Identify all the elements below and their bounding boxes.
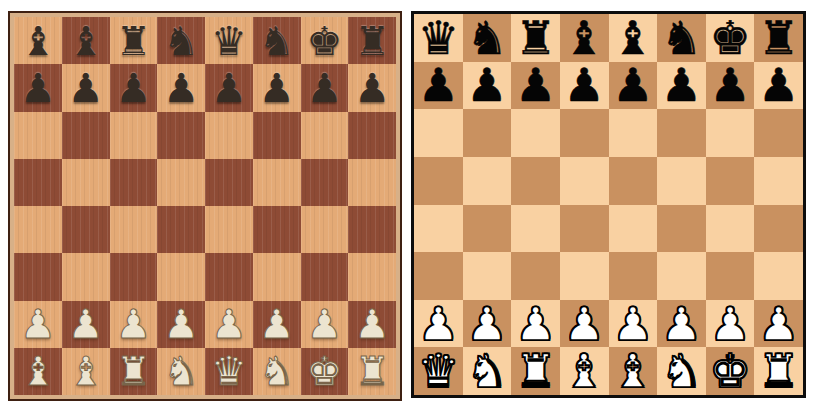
square-d4[interactable] xyxy=(157,206,205,253)
black-pawn[interactable]: ♟ xyxy=(163,68,199,108)
square-d2[interactable]: ♟ xyxy=(157,301,205,348)
square-b4[interactable] xyxy=(62,206,110,253)
black-pawn[interactable]: ♟ xyxy=(515,62,556,108)
square-h6[interactable] xyxy=(754,109,803,157)
square-c2[interactable]: ♟ xyxy=(511,300,560,348)
square-h4[interactable] xyxy=(348,206,396,253)
square-e5[interactable] xyxy=(609,157,658,205)
square-c7[interactable]: ♟ xyxy=(110,64,158,111)
square-h1[interactable]: ♜ xyxy=(348,348,396,395)
square-e7[interactable]: ♟ xyxy=(205,64,253,111)
black-knight[interactable]: ♞ xyxy=(661,15,702,61)
square-h2[interactable]: ♟ xyxy=(348,301,396,348)
square-h8[interactable]: ♜ xyxy=(754,14,803,62)
square-f6[interactable] xyxy=(657,109,706,157)
black-pawn[interactable]: ♟ xyxy=(306,68,342,108)
white-king[interactable]: ♚ xyxy=(709,348,750,394)
square-e1[interactable]: ♝ xyxy=(609,347,658,395)
square-a2[interactable]: ♟ xyxy=(414,300,463,348)
white-pawn[interactable]: ♟ xyxy=(515,301,556,347)
square-g8[interactable]: ♚ xyxy=(301,17,349,64)
black-rook[interactable]: ♜ xyxy=(115,21,151,61)
square-e4[interactable] xyxy=(205,206,253,253)
white-pawn[interactable]: ♟ xyxy=(115,304,151,344)
white-queen[interactable]: ♛ xyxy=(418,348,459,394)
square-h7[interactable]: ♟ xyxy=(754,62,803,110)
square-c7[interactable]: ♟ xyxy=(511,62,560,110)
square-f1[interactable]: ♞ xyxy=(253,348,301,395)
square-a5[interactable] xyxy=(14,159,62,206)
white-pawn[interactable]: ♟ xyxy=(418,301,459,347)
black-queen[interactable]: ♛ xyxy=(211,21,247,61)
white-king[interactable]: ♚ xyxy=(306,351,342,391)
black-king[interactable]: ♚ xyxy=(709,15,750,61)
square-e5[interactable] xyxy=(205,159,253,206)
square-h2[interactable]: ♟ xyxy=(754,300,803,348)
white-knight[interactable]: ♞ xyxy=(259,351,295,391)
square-f4[interactable] xyxy=(657,205,706,253)
square-d6[interactable] xyxy=(157,112,205,159)
square-d7[interactable]: ♟ xyxy=(157,64,205,111)
white-rook[interactable]: ♜ xyxy=(758,348,799,394)
square-d5[interactable] xyxy=(560,157,609,205)
white-knight[interactable]: ♞ xyxy=(163,351,199,391)
square-b6[interactable] xyxy=(62,112,110,159)
square-g2[interactable]: ♟ xyxy=(301,301,349,348)
square-g6[interactable] xyxy=(301,112,349,159)
black-pawn[interactable]: ♟ xyxy=(709,62,750,108)
square-h6[interactable] xyxy=(348,112,396,159)
square-f2[interactable]: ♟ xyxy=(253,301,301,348)
chessboard-right-pixel: ♛♞♜♝♝♞♚♜♟♟♟♟♟♟♟♟♟♟♟♟♟♟♟♟♛♞♜♝♝♞♚♜ xyxy=(411,11,806,398)
square-b8[interactable]: ♞ xyxy=(463,14,512,62)
square-b5[interactable] xyxy=(463,157,512,205)
white-queen[interactable]: ♛ xyxy=(211,351,247,391)
white-pawn[interactable]: ♟ xyxy=(20,304,56,344)
black-bishop[interactable]: ♝ xyxy=(68,21,104,61)
square-b1[interactable]: ♝ xyxy=(62,348,110,395)
black-pawn[interactable]: ♟ xyxy=(68,68,104,108)
square-b5[interactable] xyxy=(62,159,110,206)
square-a3[interactable] xyxy=(414,252,463,300)
square-g3[interactable] xyxy=(706,252,755,300)
screenshot-canvas: ♝♝♜♞♛♞♚♜♟♟♟♟♟♟♟♟♟♟♟♟♟♟♟♟♝♝♜♞♛♞♚♜ ♛♞♜♝♝♞♚… xyxy=(0,0,815,410)
square-b8[interactable]: ♝ xyxy=(62,17,110,64)
black-knight[interactable]: ♞ xyxy=(259,21,295,61)
square-g4[interactable] xyxy=(706,205,755,253)
square-f8[interactable]: ♞ xyxy=(253,17,301,64)
white-rook[interactable]: ♜ xyxy=(515,348,556,394)
square-d6[interactable] xyxy=(560,109,609,157)
square-c1[interactable]: ♜ xyxy=(511,347,560,395)
square-a1[interactable]: ♝ xyxy=(14,348,62,395)
square-a8[interactable]: ♛ xyxy=(414,14,463,62)
square-e1[interactable]: ♛ xyxy=(205,348,253,395)
square-d1[interactable]: ♞ xyxy=(157,348,205,395)
square-e2[interactable]: ♟ xyxy=(205,301,253,348)
black-rook[interactable]: ♜ xyxy=(354,21,390,61)
square-h8[interactable]: ♜ xyxy=(348,17,396,64)
square-f5[interactable] xyxy=(657,157,706,205)
square-c4[interactable] xyxy=(511,205,560,253)
square-f6[interactable] xyxy=(253,112,301,159)
square-g3[interactable] xyxy=(301,253,349,300)
square-e8[interactable]: ♛ xyxy=(205,17,253,64)
square-g4[interactable] xyxy=(301,206,349,253)
white-bishop[interactable]: ♝ xyxy=(68,351,104,391)
square-a7[interactable]: ♟ xyxy=(14,64,62,111)
black-bishop[interactable]: ♝ xyxy=(564,15,605,61)
square-b1[interactable]: ♞ xyxy=(463,347,512,395)
square-f5[interactable] xyxy=(253,159,301,206)
square-c3[interactable] xyxy=(511,252,560,300)
square-a2[interactable]: ♟ xyxy=(14,301,62,348)
square-e6[interactable] xyxy=(609,109,658,157)
black-pawn[interactable]: ♟ xyxy=(354,68,390,108)
square-a4[interactable] xyxy=(14,206,62,253)
square-a4[interactable] xyxy=(414,205,463,253)
black-pawn[interactable]: ♟ xyxy=(661,62,702,108)
white-rook[interactable]: ♜ xyxy=(115,351,151,391)
square-e4[interactable] xyxy=(609,205,658,253)
square-b4[interactable] xyxy=(463,205,512,253)
white-knight[interactable]: ♞ xyxy=(466,348,507,394)
square-g1[interactable]: ♚ xyxy=(301,348,349,395)
square-d4[interactable] xyxy=(560,205,609,253)
square-c8[interactable]: ♜ xyxy=(511,14,560,62)
square-h5[interactable] xyxy=(754,157,803,205)
square-b3[interactable] xyxy=(463,252,512,300)
square-d8[interactable]: ♝ xyxy=(560,14,609,62)
square-d1[interactable]: ♝ xyxy=(560,347,609,395)
square-a1[interactable]: ♛ xyxy=(414,347,463,395)
black-knight[interactable]: ♞ xyxy=(466,15,507,61)
white-rook[interactable]: ♜ xyxy=(354,351,390,391)
black-pawn[interactable]: ♟ xyxy=(211,68,247,108)
square-g7[interactable]: ♟ xyxy=(706,62,755,110)
black-pawn[interactable]: ♟ xyxy=(466,62,507,108)
black-knight[interactable]: ♞ xyxy=(163,21,199,61)
square-a7[interactable]: ♟ xyxy=(414,62,463,110)
square-c8[interactable]: ♜ xyxy=(110,17,158,64)
square-g2[interactable]: ♟ xyxy=(706,300,755,348)
white-pawn[interactable]: ♟ xyxy=(709,301,750,347)
square-g7[interactable]: ♟ xyxy=(301,64,349,111)
square-b6[interactable] xyxy=(463,109,512,157)
square-c5[interactable] xyxy=(511,157,560,205)
square-g6[interactable] xyxy=(706,109,755,157)
square-a8[interactable]: ♝ xyxy=(14,17,62,64)
black-pawn[interactable]: ♟ xyxy=(259,68,295,108)
square-f4[interactable] xyxy=(253,206,301,253)
square-b2[interactable]: ♟ xyxy=(463,300,512,348)
square-e8[interactable]: ♝ xyxy=(609,14,658,62)
white-pawn[interactable]: ♟ xyxy=(564,301,605,347)
square-a6[interactable] xyxy=(14,112,62,159)
white-knight[interactable]: ♞ xyxy=(661,348,702,394)
square-g1[interactable]: ♚ xyxy=(706,347,755,395)
square-d2[interactable]: ♟ xyxy=(560,300,609,348)
white-pawn[interactable]: ♟ xyxy=(163,304,199,344)
square-c4[interactable] xyxy=(110,206,158,253)
square-b7[interactable]: ♟ xyxy=(463,62,512,110)
white-pawn[interactable]: ♟ xyxy=(661,301,702,347)
square-g8[interactable]: ♚ xyxy=(706,14,755,62)
square-e3[interactable] xyxy=(205,253,253,300)
black-pawn[interactable]: ♟ xyxy=(20,68,56,108)
square-h7[interactable]: ♟ xyxy=(348,64,396,111)
square-h1[interactable]: ♜ xyxy=(754,347,803,395)
white-bishop[interactable]: ♝ xyxy=(612,348,653,394)
square-a5[interactable] xyxy=(414,157,463,205)
square-a6[interactable] xyxy=(414,109,463,157)
white-pawn[interactable]: ♟ xyxy=(758,301,799,347)
square-e3[interactable] xyxy=(609,252,658,300)
square-h4[interactable] xyxy=(754,205,803,253)
white-pawn[interactable]: ♟ xyxy=(306,304,342,344)
square-c6[interactable] xyxy=(110,112,158,159)
square-d8[interactable]: ♞ xyxy=(157,17,205,64)
square-f8[interactable]: ♞ xyxy=(657,14,706,62)
square-c3[interactable] xyxy=(110,253,158,300)
square-b3[interactable] xyxy=(62,253,110,300)
black-pawn[interactable]: ♟ xyxy=(758,62,799,108)
square-h3[interactable] xyxy=(754,252,803,300)
square-g5[interactable] xyxy=(706,157,755,205)
square-h5[interactable] xyxy=(348,159,396,206)
black-pawn[interactable]: ♟ xyxy=(115,68,151,108)
square-f7[interactable]: ♟ xyxy=(253,64,301,111)
black-pawn[interactable]: ♟ xyxy=(564,62,605,108)
square-h3[interactable] xyxy=(348,253,396,300)
square-b2[interactable]: ♟ xyxy=(62,301,110,348)
square-c5[interactable] xyxy=(110,159,158,206)
square-d3[interactable] xyxy=(560,252,609,300)
square-a3[interactable] xyxy=(14,253,62,300)
white-bishop[interactable]: ♝ xyxy=(564,348,605,394)
white-pawn[interactable]: ♟ xyxy=(259,304,295,344)
white-pawn[interactable]: ♟ xyxy=(612,301,653,347)
square-e7[interactable]: ♟ xyxy=(609,62,658,110)
square-f2[interactable]: ♟ xyxy=(657,300,706,348)
black-pawn[interactable]: ♟ xyxy=(418,62,459,108)
chessboard-left-wooden: ♝♝♜♞♛♞♚♜♟♟♟♟♟♟♟♟♟♟♟♟♟♟♟♟♝♝♜♞♛♞♚♜ xyxy=(8,11,402,401)
square-f7[interactable]: ♟ xyxy=(657,62,706,110)
white-bishop[interactable]: ♝ xyxy=(20,351,56,391)
white-pawn[interactable]: ♟ xyxy=(354,304,390,344)
square-b7[interactable]: ♟ xyxy=(62,64,110,111)
white-pawn[interactable]: ♟ xyxy=(68,304,104,344)
white-pawn[interactable]: ♟ xyxy=(211,304,247,344)
square-d3[interactable] xyxy=(157,253,205,300)
black-bishop[interactable]: ♝ xyxy=(20,21,56,61)
square-c2[interactable]: ♟ xyxy=(110,301,158,348)
black-bishop[interactable]: ♝ xyxy=(612,15,653,61)
square-f1[interactable]: ♞ xyxy=(657,347,706,395)
black-rook[interactable]: ♜ xyxy=(515,15,556,61)
white-pawn[interactable]: ♟ xyxy=(466,301,507,347)
black-queen[interactable]: ♛ xyxy=(418,15,459,61)
square-d5[interactable] xyxy=(157,159,205,206)
square-d7[interactable]: ♟ xyxy=(560,62,609,110)
square-c6[interactable] xyxy=(511,109,560,157)
square-g5[interactable] xyxy=(301,159,349,206)
square-e6[interactable] xyxy=(205,112,253,159)
square-f3[interactable] xyxy=(657,252,706,300)
black-pawn[interactable]: ♟ xyxy=(612,62,653,108)
square-e2[interactable]: ♟ xyxy=(609,300,658,348)
square-c1[interactable]: ♜ xyxy=(110,348,158,395)
black-king[interactable]: ♚ xyxy=(306,21,342,61)
black-rook[interactable]: ♜ xyxy=(758,15,799,61)
square-f3[interactable] xyxy=(253,253,301,300)
